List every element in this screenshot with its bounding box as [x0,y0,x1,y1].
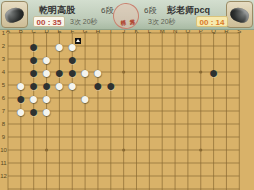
last-move-marker [75,38,81,44]
row-label: 6 [0,95,7,101]
black-stone-I5: ● [104,79,117,92]
row-label: 1 [0,30,7,36]
row-label: 8 [0,121,7,127]
left-player-avatar[interactable] [1,1,28,28]
white-stone-B5: ● [14,79,27,92]
white-stone-F5: ● [66,79,79,92]
white-stone-H4: ● [91,66,104,79]
white-stone-F2: ● [66,40,79,53]
white-stone-D4: ● [40,66,53,79]
white-stone-E5: ● [53,79,66,92]
white-stone-G4: ● [79,66,92,79]
white-stone-E2: ● [53,40,66,53]
right-player-avatar[interactable] [226,1,253,28]
row-label: 12 [0,173,7,179]
left-avatar-horn-icon [3,5,25,24]
row-label: 7 [0,108,7,114]
right-avatar-horn-icon [228,5,250,24]
row-label: 9 [0,134,7,140]
stamp-text-left: 行棋 [119,16,125,17]
white-stone-D7: ● [40,105,53,118]
right-player-rank: 6段 [144,5,156,16]
go-board[interactable]: ABCDEFGHIJKLMNOPQRS123456789101112 ●●●●●… [0,29,254,190]
row-label: 10 [0,147,7,153]
row-label: 11 [0,160,7,166]
left-player-timer: 00 : 35 [33,16,65,27]
last-move-triangle-icon [76,39,80,42]
row-label: 5 [0,82,7,88]
white-stone-B7: ● [14,105,27,118]
white-stone-C6: ● [27,92,40,105]
left-player-rank: 6段 [101,5,113,16]
left-player-byoyomi: 3次 20秒 [70,17,98,27]
top-bar: 乾明高股 6段 00 : 35 3次 20秒 黑方 行棋 6段 彭老师pcq 3… [0,0,254,30]
stamp-text-right: 黑方 [127,15,133,16]
row-label: 3 [0,56,7,62]
right-player-timer: 00 : 14 [196,16,228,27]
white-stone-G6: ● [79,92,92,105]
row-label: 2 [0,43,7,49]
row-label: 4 [0,69,7,75]
turn-indicator-stamp: 黑方 行棋 [111,1,140,30]
black-stone-Q4: ● [207,66,220,79]
right-player-byoyomi: 3次 20秒 [148,17,176,27]
